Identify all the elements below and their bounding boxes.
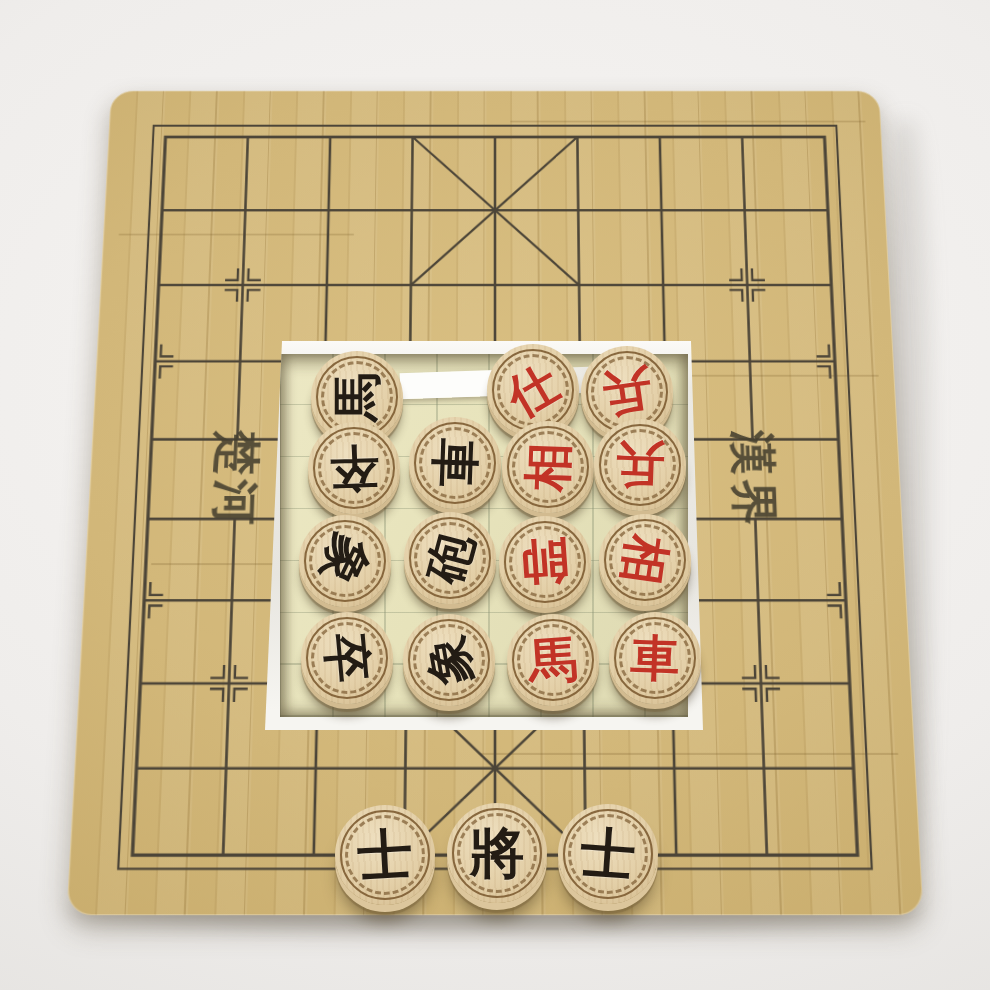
xiangqi-piece-black-士[interactable]: 士: [335, 805, 435, 905]
xiangqi-piece-red-馬[interactable]: 馬: [507, 614, 599, 706]
xiangqi-piece-black-象[interactable]: 象: [299, 515, 391, 607]
xiangqi-piece-red-相[interactable]: 相: [599, 514, 691, 606]
xiangqi-piece-red-相[interactable]: 相: [502, 421, 594, 513]
piece-character: 砲: [394, 502, 507, 615]
pieces-layer: 馬仕兵卒車相兵象砲帥相卒象馬車士將士: [0, 0, 990, 990]
piece-character: 士: [332, 802, 437, 907]
piece-character: 兵: [592, 417, 687, 512]
xiangqi-piece-black-象[interactable]: 象: [403, 614, 495, 706]
piece-character: 相: [500, 419, 595, 514]
piece-character: 將: [447, 803, 547, 903]
piece-character: 車: [607, 610, 702, 705]
piece-character: 士: [555, 801, 662, 908]
xiangqi-piece-black-士[interactable]: 士: [558, 804, 658, 904]
xiangqi-piece-black-卒[interactable]: 卒: [301, 612, 393, 704]
piece-character: 車: [407, 415, 502, 510]
scene: 楚河 漢界 馬仕兵卒車相兵象砲帥相卒象馬車士將士: [0, 0, 990, 990]
piece-character: 象: [396, 607, 503, 714]
xiangqi-piece-black-砲[interactable]: 砲: [404, 512, 496, 604]
xiangqi-piece-red-兵[interactable]: 兵: [594, 419, 686, 511]
piece-character: 卒: [297, 608, 397, 708]
xiangqi-piece-black-將[interactable]: 將: [447, 803, 547, 903]
xiangqi-piece-red-車[interactable]: 車: [609, 612, 701, 704]
xiangqi-piece-black-車[interactable]: 車: [409, 417, 501, 509]
piece-character: 象: [284, 500, 406, 622]
piece-character: 馬: [504, 611, 602, 709]
xiangqi-piece-red-帥[interactable]: 帥: [499, 516, 591, 608]
piece-character: 帥: [496, 513, 594, 611]
piece-character: 相: [593, 508, 697, 612]
